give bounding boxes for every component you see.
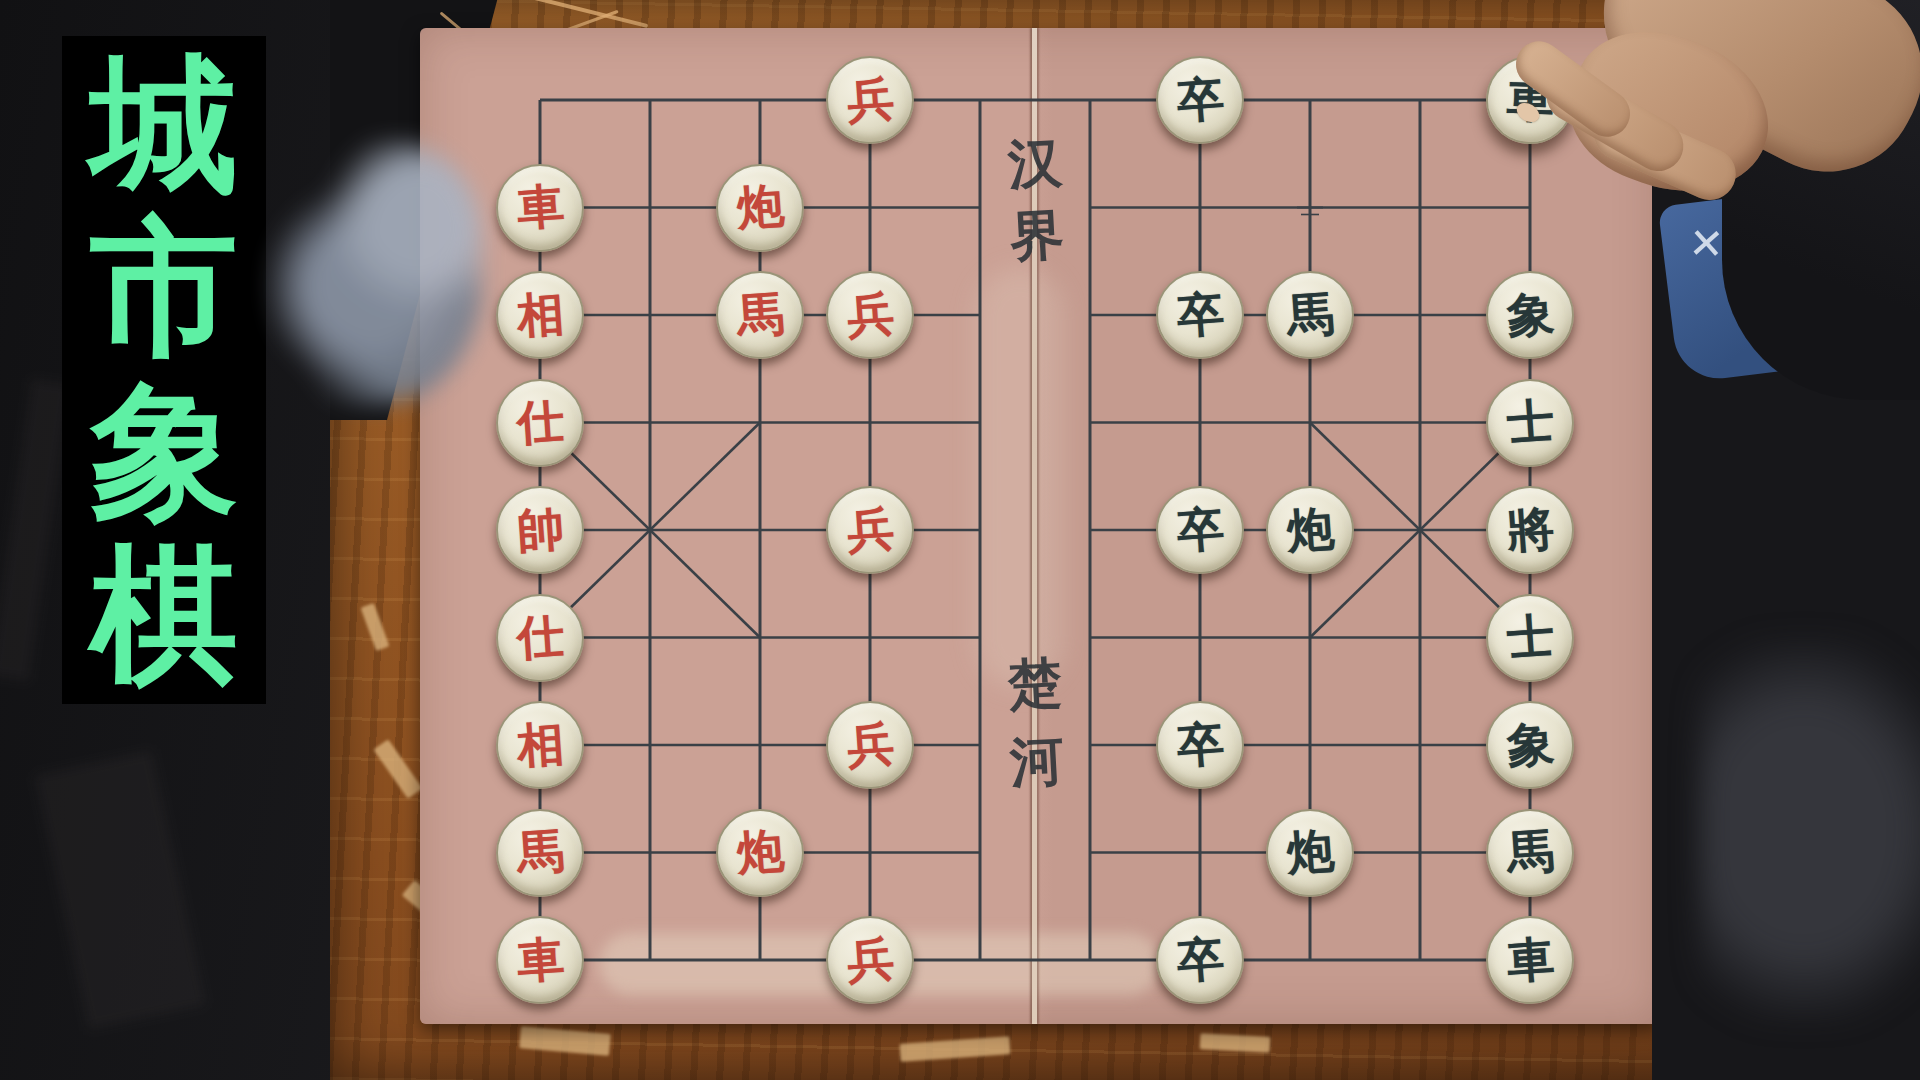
piece-red-horse[interactable]: 馬 [496,809,584,897]
piece-black-soldier[interactable]: 卒 [1156,916,1244,1004]
title-banner: 城 市 象 棋 [62,36,266,704]
piece-character: 炮 [1284,497,1335,563]
piece-red-general[interactable]: 帥 [496,486,584,574]
piece-character: 卒 [1174,927,1225,993]
piece-character: 兵 [844,927,895,993]
board-wear-patch [975,268,1065,688]
piece-character: 相 [514,712,565,778]
piece-character: 兵 [844,282,895,348]
piece-black-advisor[interactable]: 士 [1486,379,1574,467]
piece-character: 炮 [734,174,785,240]
piece-character: 象 [1504,712,1555,778]
river-label-chu: 楚 [993,646,1077,723]
piece-black-elephant[interactable]: 象 [1486,271,1574,359]
piece-character: 兵 [844,712,895,778]
piece-character: 兵 [844,497,895,563]
piece-black-soldier[interactable]: 卒 [1156,271,1244,359]
banner-char: 象 [90,377,238,527]
piece-character: 卒 [1174,712,1225,778]
piece-red-elephant[interactable]: 相 [496,271,584,359]
piece-character: 車 [1504,927,1555,993]
piece-character: 馬 [1284,282,1335,348]
piece-character: 馬 [734,282,785,348]
banner-char: 市 [90,213,238,363]
piece-red-chariot[interactable]: 車 [496,916,584,1004]
piece-black-soldier[interactable]: 卒 [1156,56,1244,144]
piece-character: 帥 [514,497,565,563]
piece-character: 炮 [1284,819,1335,885]
piece-character: 兵 [844,67,895,133]
piece-character: 士 [1504,389,1555,455]
piece-red-advisor[interactable]: 仕 [496,379,584,467]
piece-black-horse[interactable]: 馬 [1486,809,1574,897]
xiangqi-scene: 汉 界 楚 河 車相仕帥仕相馬車炮馬炮兵兵兵兵兵卒卒卒卒卒馬炮炮車象士將士象馬車… [0,0,1920,1080]
piece-character: 馬 [514,819,565,885]
piece-black-chariot[interactable]: 車 [1486,916,1574,1004]
piece-red-advisor[interactable]: 仕 [496,594,584,682]
piece-red-cannon[interactable]: 炮 [716,164,804,252]
piece-black-advisor[interactable]: 士 [1486,594,1574,682]
banner-char: 棋 [90,540,238,690]
piece-black-elephant[interactable]: 象 [1486,701,1574,789]
river-label-jie: 界 [995,198,1079,275]
piece-black-horse[interactable]: 馬 [1266,271,1354,359]
piece-character: 馬 [1504,819,1555,885]
piece-character: 卒 [1174,67,1225,133]
piece-character: 仕 [514,389,565,455]
piece-black-cannon[interactable]: 炮 [1266,486,1354,574]
piece-character: 車 [514,174,565,240]
piece-black-cannon[interactable]: 炮 [1266,809,1354,897]
river-label-han: 汉 [993,126,1077,203]
piece-red-soldier[interactable]: 兵 [826,56,914,144]
piece-character: 象 [1504,282,1555,348]
piece-character: 仕 [514,604,565,670]
banner-char: 城 [90,50,238,200]
piece-black-soldier[interactable]: 卒 [1156,486,1244,574]
piece-red-elephant[interactable]: 相 [496,701,584,789]
jeans-stitch-x: ✕ [1687,218,1725,269]
piece-red-horse[interactable]: 馬 [716,271,804,359]
piece-red-soldier[interactable]: 兵 [826,916,914,1004]
piece-character: 相 [514,282,565,348]
river-label-he: 河 [995,724,1079,801]
piece-character: 士 [1504,604,1555,670]
piece-red-soldier[interactable]: 兵 [826,701,914,789]
fabric-fold [1700,640,1920,1020]
piece-red-cannon[interactable]: 炮 [716,809,804,897]
piece-black-general[interactable]: 將 [1486,486,1574,574]
piece-character: 車 [514,927,565,993]
piece-character: 將 [1504,497,1555,563]
piece-red-chariot[interactable]: 車 [496,164,584,252]
piece-character: 卒 [1174,282,1225,348]
blurred-hand [268,140,483,405]
piece-black-soldier[interactable]: 卒 [1156,701,1244,789]
piece-character: 卒 [1174,497,1225,563]
piece-red-soldier[interactable]: 兵 [826,486,914,574]
piece-character: 炮 [734,819,785,885]
piece-red-soldier[interactable]: 兵 [826,271,914,359]
